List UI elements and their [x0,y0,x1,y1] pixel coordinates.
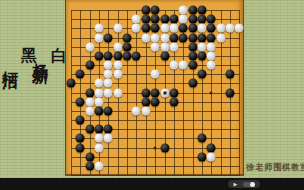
black-stone [95,125,104,134]
white-stone [197,42,206,51]
black-stone [76,97,85,106]
white-stone [104,134,113,143]
black-stone [197,6,206,15]
white-player-column: 白 杨鼎新 [31,34,69,56]
white-stone [113,70,122,79]
black-stone [179,24,188,33]
black-stone [104,106,113,115]
white-stone [132,106,141,115]
black-stone [188,15,197,24]
black-stone [151,97,160,106]
white-stone [95,79,104,88]
white-stone [160,24,169,33]
playback-controls[interactable]: ▶ [228,180,260,188]
white-stone [85,42,94,51]
black-stone [169,88,178,97]
white-stone [179,61,188,70]
black-stone [85,61,94,70]
black-stone [141,6,150,15]
black-stone [113,51,122,60]
black-stone [141,15,150,24]
black-stone [225,88,234,97]
black-stone [188,24,197,33]
grid-line-horizontal [71,120,240,121]
white-stone [95,134,104,143]
white-stone [169,42,178,51]
play-icon[interactable]: ▶ [233,180,237,188]
white-stone [141,106,150,115]
white-stone [113,42,122,51]
black-stone [141,88,150,97]
white-player-name: 杨鼎新 [31,50,50,56]
black-player-name: 柯洁 [1,58,20,62]
black-stone [188,61,197,70]
white-stone [197,24,206,33]
star-point [210,91,213,94]
white-stone [169,24,178,33]
black-stone [188,51,197,60]
black-stone [141,97,150,106]
white-stone [179,6,188,15]
white-stone [207,51,216,60]
white-stone [95,33,104,42]
white-stone [104,79,113,88]
white-stone [216,33,225,42]
black-stone [123,42,132,51]
black-stone [207,24,216,33]
grid-line-horizontal [71,175,240,176]
white-stone [160,42,169,51]
watermark-text: 徐老师围棋教室 [246,162,304,174]
black-stone [85,88,94,97]
white-stone [85,106,94,115]
white-stone [95,88,104,97]
black-stone [207,143,216,152]
black-stone [85,152,94,161]
black-stone [169,15,178,24]
white-stone [95,143,104,152]
black-stone [76,116,85,125]
white-stone [207,42,216,51]
white-stone [141,33,150,42]
black-stone [207,33,216,42]
black-stone [151,24,160,33]
black-stone [85,161,94,170]
black-stone [95,51,104,60]
black-stone [188,42,197,51]
bottom-bar: ▶ [0,178,304,190]
white-stone [104,88,113,97]
white-stone [104,61,113,70]
black-stone [123,33,132,42]
black-stone [197,33,206,42]
toggle-switch[interactable] [243,182,255,187]
black-stone [104,33,113,42]
white-stone [225,24,234,33]
black-stone [104,125,113,134]
black-stone [85,125,94,134]
black-stone [160,15,169,24]
white-stone [95,161,104,170]
white-stone [113,61,122,70]
black-stone [197,51,206,60]
black-stone [225,70,234,79]
black-stone [179,33,188,42]
white-stone [104,70,113,79]
black-stone [76,70,85,79]
go-board[interactable] [65,0,244,176]
black-stone [197,70,206,79]
black-stone [151,88,160,97]
white-stone [132,15,141,24]
black-stone [197,152,206,161]
black-stone [132,51,141,60]
black-stone [67,79,76,88]
white-stone [160,33,169,42]
last-move-marker [163,91,166,94]
star-point [154,146,157,149]
black-stone [169,97,178,106]
black-stone [169,33,178,42]
black-stone [141,24,150,33]
white-stone [151,42,160,51]
white-stone [235,24,244,33]
white-stone [151,70,160,79]
white-stone [132,24,141,33]
white-stone [207,152,216,161]
screen: 黑 柯洁 白 杨鼎新 徐老师围棋教室 ▶ [0,0,304,190]
black-stone [188,33,197,42]
toggle-knob [250,182,255,187]
black-stone [207,15,216,24]
white-stone [113,88,122,97]
black-stone [104,51,113,60]
white-stone [179,15,188,24]
black-stone [188,6,197,15]
white-stone [85,97,94,106]
white-stone [113,24,122,33]
black-stone [188,79,197,88]
black-stone [151,6,160,15]
black-stone [123,51,132,60]
black-stone [160,143,169,152]
white-stone [151,33,160,42]
black-stone [197,15,206,24]
black-stone [76,134,85,143]
white-stone [95,24,104,33]
black-stone [197,134,206,143]
black-stone [76,143,85,152]
white-stone [169,61,178,70]
black-stone [151,15,160,24]
black-stone [160,51,169,60]
white-stone [207,61,216,70]
white-stone [216,24,225,33]
white-stone [95,97,104,106]
black-stone [95,106,104,115]
